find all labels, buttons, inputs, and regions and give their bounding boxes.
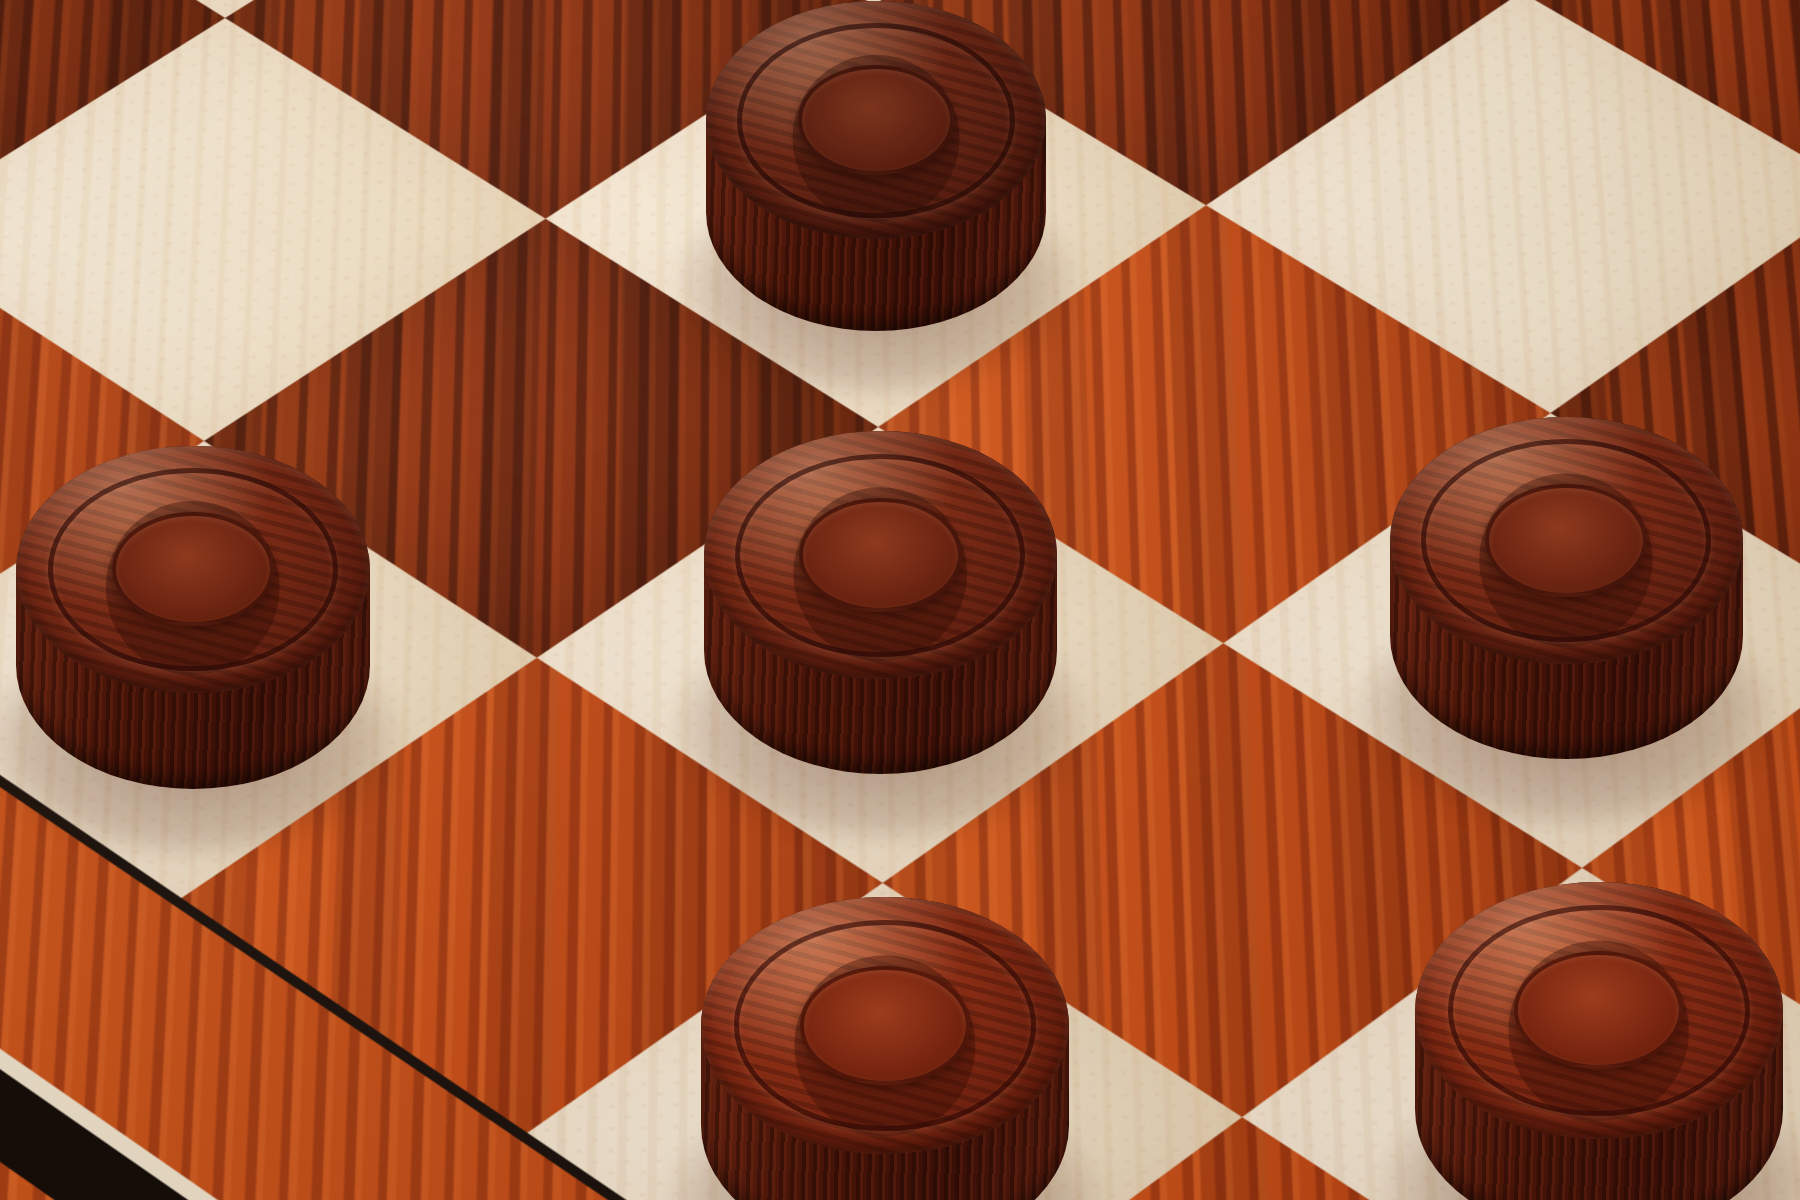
checker-piece-piece-top[interactable]: ● xyxy=(706,1,1046,331)
checker-glyph: ● xyxy=(1415,882,1783,1139)
piece-face: ● xyxy=(1390,417,1743,664)
piece-face: ● xyxy=(706,1,1046,239)
board-photo-stage: ●●●●●● xyxy=(0,0,1800,1200)
piece-face: ● xyxy=(704,431,1057,678)
checker-piece-piece-left[interactable]: ● xyxy=(16,446,370,789)
checker-glyph: ● xyxy=(16,446,370,694)
checker-piece-piece-right[interactable]: ● xyxy=(1390,417,1743,759)
piece-face: ● xyxy=(16,446,370,694)
checker-glyph: ● xyxy=(701,897,1069,1155)
checker-glyph: ● xyxy=(1390,417,1743,664)
checker-piece-piece-bottom[interactable]: ● xyxy=(701,897,1069,1200)
checker-piece-piece-bottom-right[interactable]: ● xyxy=(1415,882,1783,1200)
piece-face: ● xyxy=(701,897,1069,1155)
checker-glyph: ● xyxy=(704,431,1057,678)
checker-glyph: ● xyxy=(706,1,1046,239)
checker-piece-piece-center[interactable]: ● xyxy=(704,431,1057,774)
piece-face: ● xyxy=(1415,882,1783,1139)
